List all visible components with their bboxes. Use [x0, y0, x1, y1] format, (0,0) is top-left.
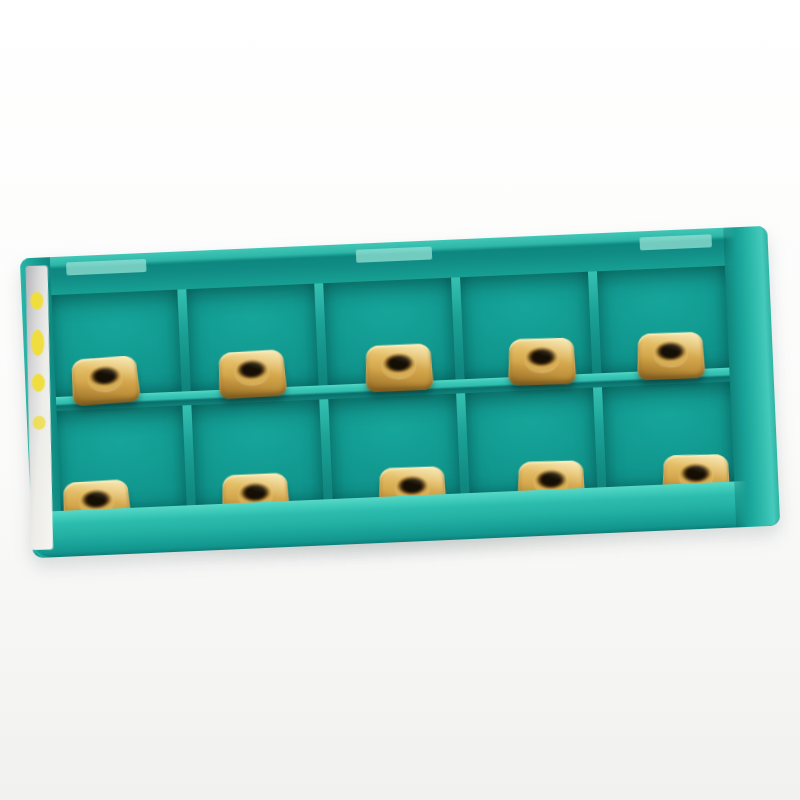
milling-insert: [508, 338, 576, 386]
milling-insert: [366, 343, 434, 392]
label-yellow-mark: [32, 416, 45, 430]
scene: [0, 0, 800, 800]
compartment-r1c1: [49, 290, 181, 397]
compartment-r2c2: [191, 400, 323, 507]
label-yellow-mark: [30, 292, 43, 310]
lid-hinge-tab: [356, 246, 432, 262]
compartment-r2c1: [55, 406, 187, 513]
lid-hinge-tab: [66, 259, 146, 275]
lid-hinge-tab: [639, 234, 711, 250]
milling-insert: [219, 349, 288, 399]
label-yellow-mark: [31, 330, 44, 356]
compartment-r2c5: [602, 382, 734, 489]
compartment-r1c3: [323, 278, 455, 385]
compartment-r2c4: [465, 388, 597, 495]
compartment-r2c3: [328, 394, 460, 501]
milling-insert: [637, 332, 705, 381]
compartment-r1c4: [460, 272, 592, 379]
label-yellow-mark: [32, 374, 45, 392]
tray-interior: [49, 266, 734, 513]
compartment-r1c5: [597, 266, 729, 373]
insert-box: [20, 226, 780, 558]
milling-insert: [72, 355, 142, 406]
compartment-r1c2: [186, 284, 318, 391]
